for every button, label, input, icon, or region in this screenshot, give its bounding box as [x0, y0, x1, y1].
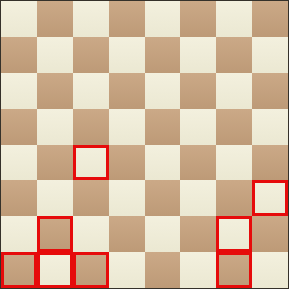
square-f6[interactable]: [180, 73, 216, 109]
square-a6[interactable]: [1, 73, 37, 109]
square-b3[interactable]: [37, 180, 73, 216]
square-c7[interactable]: [73, 37, 109, 73]
square-f5[interactable]: [180, 109, 216, 145]
square-g6[interactable]: [216, 73, 252, 109]
square-g7[interactable]: [216, 37, 252, 73]
square-b7[interactable]: [37, 37, 73, 73]
square-e8[interactable]: [145, 1, 181, 37]
square-g8[interactable]: [216, 1, 252, 37]
square-a3[interactable]: [1, 180, 37, 216]
square-h1[interactable]: [252, 252, 288, 288]
square-e3[interactable]: [145, 180, 181, 216]
square-d8[interactable]: [109, 1, 145, 37]
square-d2[interactable]: [109, 216, 145, 252]
square-f3[interactable]: [180, 180, 216, 216]
square-h7[interactable]: [252, 37, 288, 73]
square-e5[interactable]: [145, 109, 181, 145]
square-h2[interactable]: [252, 216, 288, 252]
square-e2[interactable]: [145, 216, 181, 252]
square-h3[interactable]: [252, 180, 288, 216]
square-d3[interactable]: [109, 180, 145, 216]
square-c2[interactable]: [73, 216, 109, 252]
square-d5[interactable]: [109, 109, 145, 145]
square-g3[interactable]: [216, 180, 252, 216]
square-b6[interactable]: [37, 73, 73, 109]
square-b8[interactable]: [37, 1, 73, 37]
square-e4[interactable]: [145, 145, 181, 181]
square-f2[interactable]: [180, 216, 216, 252]
square-d4[interactable]: [109, 145, 145, 181]
square-b2[interactable]: [37, 216, 73, 252]
square-a7[interactable]: [1, 37, 37, 73]
square-d1[interactable]: [109, 252, 145, 288]
square-g1[interactable]: [216, 252, 252, 288]
square-b4[interactable]: [37, 145, 73, 181]
square-b1[interactable]: [37, 252, 73, 288]
square-c8[interactable]: [73, 1, 109, 37]
square-b5[interactable]: [37, 109, 73, 145]
square-e6[interactable]: [145, 73, 181, 109]
square-a8[interactable]: [1, 1, 37, 37]
square-a4[interactable]: [1, 145, 37, 181]
square-a1[interactable]: [1, 252, 37, 288]
square-g2[interactable]: [216, 216, 252, 252]
square-h4[interactable]: [252, 145, 288, 181]
square-c4[interactable]: [73, 145, 109, 181]
square-h8[interactable]: [252, 1, 288, 37]
square-e1[interactable]: [145, 252, 181, 288]
square-g5[interactable]: [216, 109, 252, 145]
square-f4[interactable]: [180, 145, 216, 181]
square-d7[interactable]: [109, 37, 145, 73]
square-c6[interactable]: [73, 73, 109, 109]
square-h5[interactable]: [252, 109, 288, 145]
square-c3[interactable]: [73, 180, 109, 216]
square-a5[interactable]: [1, 109, 37, 145]
square-f1[interactable]: [180, 252, 216, 288]
square-c1[interactable]: [73, 252, 109, 288]
square-f7[interactable]: [180, 37, 216, 73]
square-h6[interactable]: [252, 73, 288, 109]
chess-board: [0, 0, 289, 289]
square-d6[interactable]: [109, 73, 145, 109]
square-g4[interactable]: [216, 145, 252, 181]
square-c5[interactable]: [73, 109, 109, 145]
square-a2[interactable]: [1, 216, 37, 252]
square-e7[interactable]: [145, 37, 181, 73]
square-f8[interactable]: [180, 1, 216, 37]
